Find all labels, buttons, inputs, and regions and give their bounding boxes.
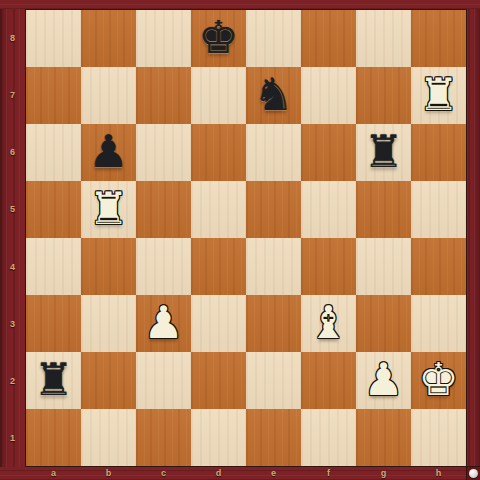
square-d6[interactable] <box>191 124 246 181</box>
square-h5[interactable] <box>411 181 466 238</box>
square-f2[interactable] <box>301 352 356 409</box>
white-to-move-indicator <box>469 469 478 478</box>
rank-label-2: 2 <box>0 376 25 386</box>
rank-label-3: 3 <box>0 319 25 329</box>
square-f4[interactable] <box>301 238 356 295</box>
square-e5[interactable] <box>246 181 301 238</box>
square-b4[interactable] <box>81 238 136 295</box>
square-c5[interactable] <box>136 181 191 238</box>
file-label-c: c <box>136 468 191 478</box>
white-bishop-f3[interactable]: ♝ <box>308 300 348 345</box>
square-h3[interactable] <box>411 295 466 352</box>
square-g2[interactable]: ♟ <box>356 352 411 409</box>
square-d1[interactable] <box>191 409 246 466</box>
square-g1[interactable] <box>356 409 411 466</box>
square-d8[interactable]: ♚ <box>191 10 246 67</box>
rank-label-5: 5 <box>0 204 25 214</box>
file-label-f: f <box>301 468 356 478</box>
square-h2[interactable]: ♚ <box>411 352 466 409</box>
square-e1[interactable] <box>246 409 301 466</box>
black-rook-a2[interactable]: ♜ <box>33 357 73 402</box>
square-b3[interactable] <box>81 295 136 352</box>
square-a6[interactable] <box>26 124 81 181</box>
square-c3[interactable]: ♟ <box>136 295 191 352</box>
square-c6[interactable] <box>136 124 191 181</box>
square-a7[interactable] <box>26 67 81 124</box>
square-h6[interactable] <box>411 124 466 181</box>
square-g3[interactable] <box>356 295 411 352</box>
black-rook-g6[interactable]: ♜ <box>363 129 403 174</box>
square-a2[interactable]: ♜ <box>26 352 81 409</box>
square-a4[interactable] <box>26 238 81 295</box>
square-g7[interactable] <box>356 67 411 124</box>
square-b7[interactable] <box>81 67 136 124</box>
file-label-h: h <box>411 468 466 478</box>
square-e4[interactable] <box>246 238 301 295</box>
square-d2[interactable] <box>191 352 246 409</box>
square-d3[interactable] <box>191 295 246 352</box>
square-f5[interactable] <box>301 181 356 238</box>
file-label-a: a <box>26 468 81 478</box>
square-b2[interactable] <box>81 352 136 409</box>
square-f6[interactable] <box>301 124 356 181</box>
file-labels: abcdefgh <box>26 466 466 480</box>
black-knight-e7[interactable]: ♞ <box>253 72 293 117</box>
square-g5[interactable] <box>356 181 411 238</box>
square-e8[interactable] <box>246 10 301 67</box>
rank-label-7: 7 <box>0 90 25 100</box>
square-c1[interactable] <box>136 409 191 466</box>
square-g4[interactable] <box>356 238 411 295</box>
rank-label-8: 8 <box>0 33 25 43</box>
rank-label-1: 1 <box>0 433 25 443</box>
rank-label-6: 6 <box>0 147 25 157</box>
white-pawn-c3[interactable]: ♟ <box>143 300 183 345</box>
white-rook-b5[interactable]: ♜ <box>88 186 128 231</box>
file-label-d: d <box>191 468 246 478</box>
square-f7[interactable] <box>301 67 356 124</box>
square-h1[interactable] <box>411 409 466 466</box>
square-f1[interactable] <box>301 409 356 466</box>
square-c7[interactable] <box>136 67 191 124</box>
square-a1[interactable] <box>26 409 81 466</box>
square-e3[interactable] <box>246 295 301 352</box>
square-a3[interactable] <box>26 295 81 352</box>
square-b6[interactable]: ♟ <box>81 124 136 181</box>
file-label-e: e <box>246 468 301 478</box>
file-label-b: b <box>81 468 136 478</box>
chess-board-frame: 87654321 abcdefgh ♚♞♜♟♜♜♟♝♜♟♚ <box>0 0 480 480</box>
board-grid: ♚♞♜♟♜♜♟♝♜♟♚ <box>25 9 467 467</box>
black-king-d8[interactable]: ♚ <box>198 15 238 60</box>
black-pawn-b6[interactable]: ♟ <box>88 129 128 174</box>
square-h7[interactable]: ♜ <box>411 67 466 124</box>
square-b5[interactable]: ♜ <box>81 181 136 238</box>
square-e2[interactable] <box>246 352 301 409</box>
square-c4[interactable] <box>136 238 191 295</box>
square-e7[interactable]: ♞ <box>246 67 301 124</box>
white-rook-h7[interactable]: ♜ <box>418 72 458 117</box>
square-d7[interactable] <box>191 67 246 124</box>
square-d5[interactable] <box>191 181 246 238</box>
white-pawn-g2[interactable]: ♟ <box>363 357 403 402</box>
square-c8[interactable] <box>136 10 191 67</box>
square-g6[interactable]: ♜ <box>356 124 411 181</box>
square-b1[interactable] <box>81 409 136 466</box>
board-border-top <box>0 0 480 9</box>
rank-label-4: 4 <box>0 262 25 272</box>
square-h8[interactable] <box>411 10 466 67</box>
square-a8[interactable] <box>26 10 81 67</box>
square-d4[interactable] <box>191 238 246 295</box>
move-indicator-panel <box>466 466 480 480</box>
square-a5[interactable] <box>26 181 81 238</box>
square-b8[interactable] <box>81 10 136 67</box>
square-g8[interactable] <box>356 10 411 67</box>
white-king-h2[interactable]: ♚ <box>418 357 458 402</box>
square-f8[interactable] <box>301 10 356 67</box>
square-h4[interactable] <box>411 238 466 295</box>
file-label-g: g <box>356 468 411 478</box>
square-f3[interactable]: ♝ <box>301 295 356 352</box>
square-e6[interactable] <box>246 124 301 181</box>
rank-labels: 87654321 <box>0 9 25 467</box>
square-c2[interactable] <box>136 352 191 409</box>
